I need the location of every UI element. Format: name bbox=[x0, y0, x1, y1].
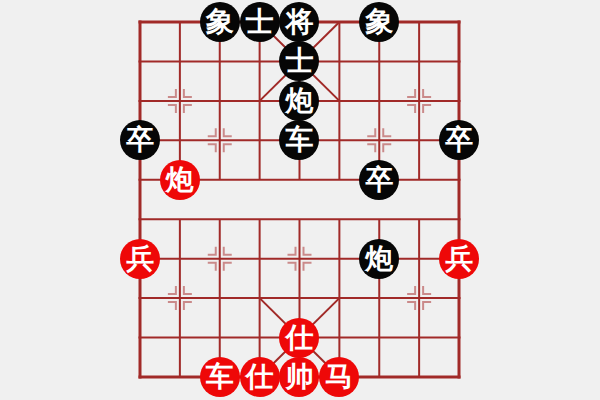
board-grid[interactable]: 象士将象士炮卒车卒炮卒兵炮兵仕车仕帅马 bbox=[120, 2, 479, 396]
piece-black-士-f3r0[interactable]: 士 bbox=[240, 2, 280, 42]
piece-red-马-f5r9[interactable]: 马 bbox=[319, 357, 359, 397]
piece-black-将-f4r0[interactable]: 将 bbox=[279, 2, 319, 42]
piece-black-炮-f6r6[interactable]: 炮 bbox=[359, 239, 399, 279]
piece-black-象-f2r0[interactable]: 象 bbox=[200, 2, 240, 42]
piece-black-炮-f4r2[interactable]: 炮 bbox=[279, 81, 319, 121]
piece-red-仕-f4r8[interactable]: 仕 bbox=[279, 318, 319, 358]
piece-red-车-f2r9[interactable]: 车 bbox=[200, 357, 240, 397]
piece-black-卒-f8r3[interactable]: 卒 bbox=[439, 120, 479, 160]
piece-red-兵-f0r6[interactable]: 兵 bbox=[120, 239, 160, 279]
piece-red-帅-f4r9[interactable]: 帅 bbox=[279, 357, 319, 397]
piece-red-兵-f8r6[interactable]: 兵 bbox=[439, 239, 479, 279]
piece-black-士-f4r1[interactable]: 士 bbox=[279, 41, 319, 81]
piece-black-卒-f0r3[interactable]: 卒 bbox=[120, 120, 160, 160]
piece-black-卒-f6r4[interactable]: 卒 bbox=[359, 160, 399, 200]
piece-black-象-f6r0[interactable]: 象 bbox=[359, 2, 399, 42]
piece-black-车-f4r3[interactable]: 车 bbox=[279, 120, 319, 160]
piece-red-炮-f1r4[interactable]: 炮 bbox=[160, 160, 200, 200]
xiangqi-app: 象士将象士炮卒车卒炮卒兵炮兵仕车仕帅马 bbox=[0, 0, 600, 400]
piece-red-仕-f3r9[interactable]: 仕 bbox=[240, 357, 280, 397]
